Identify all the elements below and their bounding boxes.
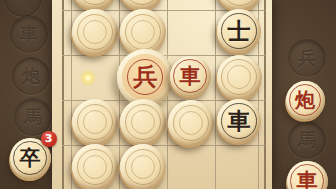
hidden-piece[interactable] [72,9,118,55]
red-piece-glyph: 炮 [295,90,315,110]
hidden-piece[interactable] [120,144,166,189]
piece-ring [77,0,114,5]
hidden-piece[interactable] [217,55,262,100]
engraved-glyph: 車 [20,25,38,43]
black-advisor-piece[interactable]: 士 [217,9,261,53]
hidden-piece[interactable] [72,144,118,189]
engraved-slot-partial [4,0,42,17]
captured-black-soldier-piece: 卒3 [10,138,51,179]
black-piece-glyph: 車 [228,110,251,133]
captured-red-chariot-piece: 車 [287,161,328,190]
hidden-piece[interactable] [168,100,214,146]
red-piece-glyph: 車 [297,171,318,190]
engraved-slot-soldier: 兵 [288,39,326,77]
piece-ring [83,110,107,134]
black-chariot-piece[interactable]: 車 [217,99,261,143]
captured-red-cannon-piece: 炮 [286,81,325,120]
piece-ring [124,0,161,5]
board-border-left [62,0,64,189]
red-soldier-piece-selected[interactable]: 兵 [117,49,174,106]
move-indicator-dot[interactable] [80,70,96,86]
count-badge: 3 [41,131,57,147]
piece-ring [179,111,203,135]
engraved-slot-cannon: 炮 [12,57,50,95]
engraved-glyph: 炮 [22,67,40,85]
piece-ring [227,65,251,89]
black-piece-glyph: 士 [228,20,251,43]
engraved-slot-chariot: 車 [10,15,48,53]
red-piece-glyph: 車 [180,66,201,87]
black-piece-glyph: 卒 [20,148,41,169]
piece-ring [131,110,155,134]
hidden-piece[interactable] [120,99,166,145]
red-chariot-piece[interactable]: 車 [170,56,211,97]
piece-ring [131,20,155,44]
piece-ring [222,0,259,6]
piece-ring [131,155,155,179]
engraved-glyph: 馬 [298,131,316,149]
engraved-slot-horse: 馬 [288,121,326,159]
engraved-glyph: 馬 [24,108,42,126]
piece-ring [83,155,107,179]
game-screen: 士兵車車 車炮馬卒3 兵炮馬車 [0,0,336,189]
engraved-glyph: 兵 [298,49,316,67]
selected-piece-face: 兵 [122,54,168,100]
piece-ring [83,20,107,44]
red-piece-glyph: 兵 [133,65,157,89]
hidden-piece[interactable] [72,99,118,145]
board-border-right [264,0,266,189]
grid-line [215,0,216,189]
